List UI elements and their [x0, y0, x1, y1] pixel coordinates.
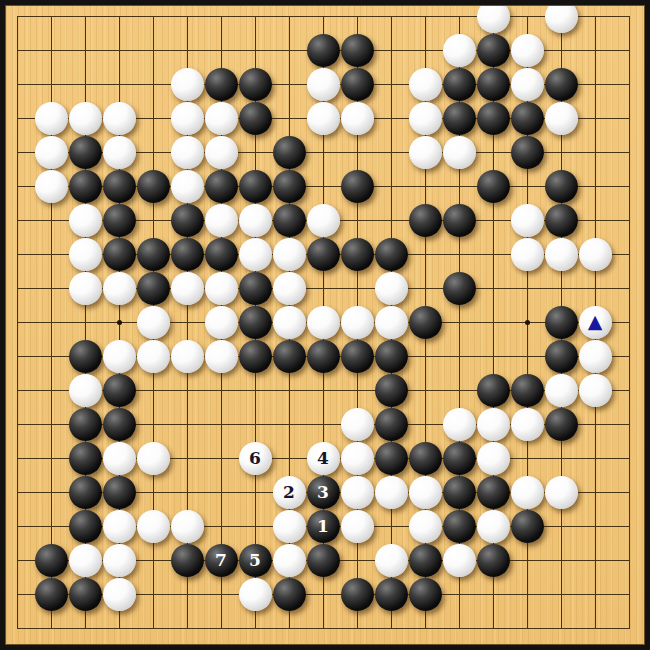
go-board-screenshot: ▲6423175 [0, 0, 650, 650]
board-frame [0, 0, 650, 650]
